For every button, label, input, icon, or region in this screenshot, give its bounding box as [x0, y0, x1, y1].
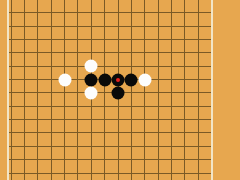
- black-stone: [125, 73, 138, 86]
- grid-line-horizontal: [8, 159, 213, 160]
- white-stone: [85, 60, 98, 73]
- grid-line-vertical: [11, 0, 12, 180]
- grid-line-vertical: [64, 0, 65, 180]
- last-move-marker: [116, 78, 120, 82]
- white-stone: [58, 73, 71, 86]
- grid-line-vertical: [171, 0, 172, 180]
- white-stone: [85, 86, 98, 99]
- grid-line-horizontal: [8, 66, 213, 67]
- grid-line-vertical: [51, 0, 52, 180]
- grid-line-horizontal: [8, 39, 213, 40]
- grid-line-vertical: [198, 0, 199, 180]
- grid-line-horizontal: [8, 106, 213, 107]
- grid-line-vertical: [77, 0, 78, 180]
- grid-line-vertical: [24, 0, 25, 180]
- grid-line-horizontal: [8, 132, 213, 133]
- grid-line-vertical: [131, 0, 132, 180]
- black-stone: [85, 73, 98, 86]
- grid-line-horizontal: [8, 92, 213, 93]
- board-frame-line: [211, 0, 213, 180]
- grid-line-vertical: [37, 0, 38, 180]
- board-frame-line: [7, 0, 9, 180]
- grid-line-horizontal: [8, 26, 213, 27]
- grid-line-vertical: [158, 0, 159, 180]
- white-stone: [138, 73, 151, 86]
- grid-line-horizontal: [8, 52, 213, 53]
- game-screen: [0, 0, 240, 180]
- grid-line-vertical: [184, 0, 185, 180]
- grid-line-horizontal: [8, 119, 213, 120]
- grid-line-vertical: [104, 0, 105, 180]
- grid-line-horizontal: [8, 146, 213, 147]
- grid-line-horizontal: [8, 173, 213, 174]
- grid-line-horizontal: [8, 12, 213, 13]
- grid-line-vertical: [144, 0, 145, 180]
- black-stone: [112, 86, 125, 99]
- black-stone: [98, 73, 111, 86]
- gomoku-board[interactable]: [0, 0, 240, 180]
